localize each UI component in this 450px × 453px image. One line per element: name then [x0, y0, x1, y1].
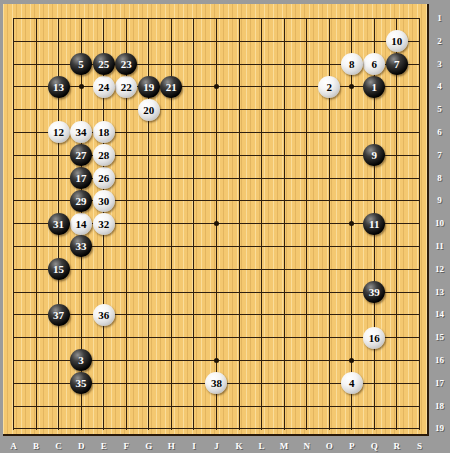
move-number: 17	[70, 167, 92, 189]
row-label: 17	[429, 378, 450, 389]
stone-white-34: 34	[70, 121, 92, 143]
move-number: 30	[93, 190, 115, 212]
stone-black-23: 23	[115, 53, 137, 75]
stone-white-18: 18	[93, 121, 115, 143]
move-number: 34	[70, 121, 92, 143]
column-label: A	[6, 441, 22, 452]
row-label: 6	[429, 127, 450, 138]
move-number: 26	[93, 167, 115, 189]
column-label: F	[118, 441, 134, 452]
move-number: 27	[70, 144, 92, 166]
move-number: 19	[138, 76, 160, 98]
stone-white-8: 8	[341, 53, 363, 75]
move-number: 36	[93, 304, 115, 326]
stone-white-28: 28	[93, 144, 115, 166]
stone-black-11: 11	[363, 213, 385, 235]
column-label: Q	[366, 441, 382, 452]
stone-white-6: 6	[363, 53, 385, 75]
row-label: 8	[429, 173, 450, 184]
column-label: K	[231, 441, 247, 452]
stone-black-21: 21	[160, 76, 182, 98]
stone-black-5: 5	[70, 53, 92, 75]
row-label: 16	[429, 355, 450, 366]
move-number: 20	[138, 99, 160, 121]
move-number: 39	[363, 281, 385, 303]
stone-white-4: 4	[341, 372, 363, 394]
column-label: J	[208, 441, 224, 452]
stone-white-12: 12	[48, 121, 70, 143]
star-point	[79, 84, 84, 89]
stone-white-20: 20	[138, 99, 160, 121]
row-label: 19	[429, 423, 450, 434]
move-number: 33	[70, 235, 92, 257]
move-number: 32	[93, 213, 115, 235]
column-label: P	[344, 441, 360, 452]
row-label: 12	[429, 264, 450, 275]
stone-black-7: 7	[386, 53, 408, 75]
move-number: 24	[93, 76, 115, 98]
stone-black-13: 13	[48, 76, 70, 98]
row-label: 5	[429, 104, 450, 115]
stone-black-31: 31	[48, 213, 70, 235]
stone-white-38: 38	[205, 372, 227, 394]
column-label: M	[276, 441, 292, 452]
move-number: 1	[363, 76, 385, 98]
row-label: 18	[429, 401, 450, 412]
stone-black-3: 3	[70, 349, 92, 371]
stone-black-27: 27	[70, 144, 92, 166]
stone-black-19: 19	[138, 76, 160, 98]
go-board: 1234567891011121314151617181920212223242…	[3, 4, 429, 436]
column-label: O	[321, 441, 337, 452]
stone-white-16: 16	[363, 327, 385, 349]
column-label: E	[96, 441, 112, 452]
stone-black-9: 9	[363, 144, 385, 166]
star-point	[214, 221, 219, 226]
row-label: 2	[429, 36, 450, 47]
column-label: R	[389, 441, 405, 452]
star-point	[214, 84, 219, 89]
stone-white-10: 10	[386, 30, 408, 52]
move-number: 2	[318, 76, 340, 98]
row-label: 10	[429, 218, 450, 229]
move-number: 7	[386, 53, 408, 75]
move-number: 25	[93, 53, 115, 75]
move-number: 37	[48, 304, 70, 326]
move-number: 14	[70, 213, 92, 235]
move-number: 21	[160, 76, 182, 98]
move-number: 16	[363, 327, 385, 349]
row-label: 4	[429, 81, 450, 92]
row-label: 11	[429, 241, 450, 252]
move-number: 5	[70, 53, 92, 75]
move-number: 13	[48, 76, 70, 98]
move-number: 12	[48, 121, 70, 143]
move-number: 23	[115, 53, 137, 75]
stone-black-17: 17	[70, 167, 92, 189]
column-label: I	[186, 441, 202, 452]
row-label: 3	[429, 59, 450, 70]
stone-white-30: 30	[93, 190, 115, 212]
row-label: 15	[429, 332, 450, 343]
stone-black-39: 39	[363, 281, 385, 303]
move-number: 31	[48, 213, 70, 235]
go-diagram: 1234567891011121314151617181920212223242…	[0, 0, 450, 453]
star-point	[349, 84, 354, 89]
move-number: 9	[363, 144, 385, 166]
column-label: S	[411, 441, 427, 452]
move-number: 11	[363, 213, 385, 235]
stone-white-36: 36	[93, 304, 115, 326]
stone-white-2: 2	[318, 76, 340, 98]
column-label: B	[28, 441, 44, 452]
stone-white-22: 22	[115, 76, 137, 98]
star-point	[349, 221, 354, 226]
stone-black-35: 35	[70, 372, 92, 394]
move-number: 29	[70, 190, 92, 212]
stone-white-32: 32	[93, 213, 115, 235]
stone-white-26: 26	[93, 167, 115, 189]
goban-grid: 1234567891011121314151617181920212223242…	[3, 7, 429, 436]
column-label: H	[163, 441, 179, 452]
stone-black-1: 1	[363, 76, 385, 98]
move-number: 4	[341, 372, 363, 394]
row-label: 13	[429, 287, 450, 298]
row-label: 7	[429, 150, 450, 161]
star-point	[349, 358, 354, 363]
row-label: 14	[429, 309, 450, 320]
move-number: 35	[70, 372, 92, 394]
row-label: 9	[429, 195, 450, 206]
column-label: C	[51, 441, 67, 452]
move-number: 28	[93, 144, 115, 166]
move-number: 15	[48, 258, 70, 280]
move-number: 38	[205, 372, 227, 394]
move-number: 18	[93, 121, 115, 143]
column-label: N	[299, 441, 315, 452]
stone-black-29: 29	[70, 190, 92, 212]
stone-black-37: 37	[48, 304, 70, 326]
stone-white-24: 24	[93, 76, 115, 98]
row-label: 1	[429, 13, 450, 24]
star-point	[214, 358, 219, 363]
stone-black-15: 15	[48, 258, 70, 280]
stone-white-14: 14	[70, 213, 92, 235]
move-number: 22	[115, 76, 137, 98]
move-number: 10	[386, 30, 408, 52]
column-label: L	[254, 441, 270, 452]
move-number: 8	[341, 53, 363, 75]
stone-black-33: 33	[70, 235, 92, 257]
column-label: D	[73, 441, 89, 452]
move-number: 3	[70, 349, 92, 371]
stone-black-25: 25	[93, 53, 115, 75]
column-label: G	[141, 441, 157, 452]
move-number: 6	[363, 53, 385, 75]
